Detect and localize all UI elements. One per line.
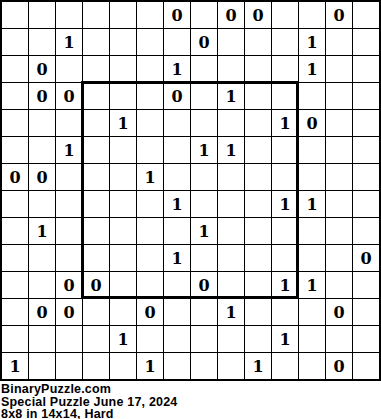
cell-r12c7[interactable] (191, 326, 217, 352)
cell-r6c2[interactable] (56, 164, 82, 190)
cell-r7c6: 1 (164, 191, 190, 217)
cell-r9c2[interactable] (56, 245, 82, 271)
cell-r1c13[interactable] (353, 29, 379, 55)
cell-r2c0[interactable] (2, 56, 28, 82)
cell-r1c10[interactable] (272, 29, 298, 55)
cell-r10c13[interactable] (353, 272, 379, 298)
cell-r8c11[interactable] (299, 218, 325, 244)
cell-r7c0[interactable] (2, 191, 28, 217)
cell-r2c3[interactable] (83, 56, 109, 82)
cell-r11c2: 0 (56, 299, 82, 325)
cell-r3c3[interactable] (83, 83, 109, 109)
cell-r3c8: 1 (218, 83, 244, 109)
cell-r10c0[interactable] (2, 272, 28, 298)
cell-r3c11[interactable] (299, 83, 325, 109)
cell-r11c11[interactable] (299, 299, 325, 325)
cell-r0c3[interactable] (83, 2, 109, 28)
cell-r10c9[interactable] (245, 272, 271, 298)
cell-r13c6[interactable] (164, 353, 190, 379)
cell-r0c6: 0 (164, 2, 190, 28)
cell-r0c13[interactable] (353, 2, 379, 28)
cell-r4c11: 0 (299, 110, 325, 136)
cell-r5c1[interactable] (29, 137, 55, 163)
cell-r11c4[interactable] (110, 299, 136, 325)
cell-r0c11[interactable] (299, 2, 325, 28)
cell-r12c2[interactable] (56, 326, 82, 352)
cell-r12c0[interactable] (2, 326, 28, 352)
cell-r7c9[interactable] (245, 191, 271, 217)
cell-r6c8[interactable] (218, 164, 244, 190)
cell-r10c2: 0 (56, 272, 82, 298)
cell-r8c5[interactable] (137, 218, 163, 244)
cell-r3c6: 0 (164, 83, 190, 109)
cell-r8c2[interactable] (56, 218, 82, 244)
cell-r2c1: 0 (29, 56, 55, 82)
cell-r5c5[interactable] (137, 137, 163, 163)
cell-r11c10[interactable] (272, 299, 298, 325)
cell-r11c5: 0 (137, 299, 163, 325)
cell-r10c3: 0 (83, 272, 109, 298)
cell-r7c2[interactable] (56, 191, 82, 217)
cell-r4c13[interactable] (353, 110, 379, 136)
cell-r9c5[interactable] (137, 245, 163, 271)
cell-r4c4: 1 (110, 110, 136, 136)
cell-r9c10[interactable] (272, 245, 298, 271)
cell-r10c5[interactable] (137, 272, 163, 298)
cell-r6c9[interactable] (245, 164, 271, 190)
cell-r3c7[interactable] (191, 83, 217, 109)
cell-r3c10[interactable] (272, 83, 298, 109)
cell-r8c0[interactable] (2, 218, 28, 244)
cell-r0c4[interactable] (110, 2, 136, 28)
cell-r3c2: 0 (56, 83, 82, 109)
cell-r6c7[interactable] (191, 164, 217, 190)
cell-r5c3[interactable] (83, 137, 109, 163)
cell-r11c7[interactable] (191, 299, 217, 325)
cell-r7c3[interactable] (83, 191, 109, 217)
cell-r9c12[interactable] (326, 245, 352, 271)
cell-r4c1[interactable] (29, 110, 55, 136)
cell-r12c12[interactable] (326, 326, 352, 352)
cell-r13c4[interactable] (110, 353, 136, 379)
cell-r12c3[interactable] (83, 326, 109, 352)
cell-r13c12: 0 (326, 353, 352, 379)
cell-r2c7[interactable] (191, 56, 217, 82)
cell-r0c0[interactable] (2, 2, 28, 28)
cell-r2c13[interactable] (353, 56, 379, 82)
cell-r0c12: 0 (326, 2, 352, 28)
cell-r6c13[interactable] (353, 164, 379, 190)
cell-r8c13[interactable] (353, 218, 379, 244)
cell-r7c5[interactable] (137, 191, 163, 217)
cell-r5c4[interactable] (110, 137, 136, 163)
cell-r3c13[interactable] (353, 83, 379, 109)
cell-r8c12[interactable] (326, 218, 352, 244)
cell-r3c12[interactable] (326, 83, 352, 109)
cell-r13c9: 1 (245, 353, 271, 379)
cell-r1c7: 0 (191, 29, 217, 55)
cell-r5c9[interactable] (245, 137, 271, 163)
cell-r4c12[interactable] (326, 110, 352, 136)
cell-r12c9[interactable] (245, 326, 271, 352)
cell-r6c1: 0 (29, 164, 55, 190)
cell-r13c0: 1 (2, 353, 28, 379)
cell-r2c10[interactable] (272, 56, 298, 82)
cell-r9c3[interactable] (83, 245, 109, 271)
cell-r9c13: 0 (353, 245, 379, 271)
cell-r2c2[interactable] (56, 56, 82, 82)
cell-r1c4[interactable] (110, 29, 136, 55)
cell-r1c9[interactable] (245, 29, 271, 55)
cell-r10c10: 1 (272, 272, 298, 298)
puzzle-board: 0000101011000111011100111111100001100010… (0, 0, 381, 381)
cell-r7c1[interactable] (29, 191, 55, 217)
cell-r6c0: 0 (2, 164, 28, 190)
cell-r13c2[interactable] (56, 353, 82, 379)
cell-r7c8[interactable] (218, 191, 244, 217)
cell-r4c10: 1 (272, 110, 298, 136)
cell-r5c12[interactable] (326, 137, 352, 163)
cell-r12c10: 1 (272, 326, 298, 352)
cell-r4c0[interactable] (2, 110, 28, 136)
cell-r10c12[interactable] (326, 272, 352, 298)
cell-r4c5[interactable] (137, 110, 163, 136)
cell-r9c6: 1 (164, 245, 190, 271)
cell-r1c6[interactable] (164, 29, 190, 55)
cell-r8c1: 1 (29, 218, 55, 244)
cell-r1c11: 1 (299, 29, 325, 55)
cell-r4c7[interactable] (191, 110, 217, 136)
cell-r4c8[interactable] (218, 110, 244, 136)
cell-r4c9[interactable] (245, 110, 271, 136)
cell-r8c6[interactable] (164, 218, 190, 244)
cell-r11c1: 0 (29, 299, 55, 325)
cell-r2c12[interactable] (326, 56, 352, 82)
cell-r0c8: 0 (218, 2, 244, 28)
cell-r0c1[interactable] (29, 2, 55, 28)
cell-r9c8[interactable] (218, 245, 244, 271)
cell-r0c5[interactable] (137, 2, 163, 28)
puzzle-footer: BinaryPuzzle.com Special Puzzle June 17,… (0, 381, 381, 419)
cell-r2c9[interactable] (245, 56, 271, 82)
cell-r1c1[interactable] (29, 29, 55, 55)
cell-r12c4: 1 (110, 326, 136, 352)
cell-r8c3[interactable] (83, 218, 109, 244)
cell-r5c11[interactable] (299, 137, 325, 163)
cell-r8c8[interactable] (218, 218, 244, 244)
cell-r7c13[interactable] (353, 191, 379, 217)
cell-r1c12[interactable] (326, 29, 352, 55)
cell-r10c6[interactable] (164, 272, 190, 298)
binary-puzzle-page: 0000101011000111011100111111100001100010… (0, 0, 381, 419)
cell-r11c13[interactable] (353, 299, 379, 325)
cell-r5c0[interactable] (2, 137, 28, 163)
cell-r3c0[interactable] (2, 83, 28, 109)
site-name: BinaryPuzzle.com (1, 383, 380, 396)
cell-r3c5[interactable] (137, 83, 163, 109)
cell-r7c4[interactable] (110, 191, 136, 217)
cell-r6c11[interactable] (299, 164, 325, 190)
cell-r0c7[interactable] (191, 2, 217, 28)
cell-r12c6[interactable] (164, 326, 190, 352)
cell-r2c5[interactable] (137, 56, 163, 82)
cell-r4c3[interactable] (83, 110, 109, 136)
cell-r8c10[interactable] (272, 218, 298, 244)
cell-r11c9[interactable] (245, 299, 271, 325)
cell-r1c2: 1 (56, 29, 82, 55)
cell-r2c6: 1 (164, 56, 190, 82)
cell-r9c11[interactable] (299, 245, 325, 271)
cell-r13c11[interactable] (299, 353, 325, 379)
cell-r0c10[interactable] (272, 2, 298, 28)
puzzle-info: 8x8 in 14x14, Hard (1, 408, 380, 419)
cell-r5c13[interactable] (353, 137, 379, 163)
cell-r5c8: 1 (218, 137, 244, 163)
cell-r13c1[interactable] (29, 353, 55, 379)
cell-r4c2[interactable] (56, 110, 82, 136)
cell-r6c4[interactable] (110, 164, 136, 190)
cell-r12c11[interactable] (299, 326, 325, 352)
cell-r3c4[interactable] (110, 83, 136, 109)
cell-r11c3[interactable] (83, 299, 109, 325)
cell-r8c7: 1 (191, 218, 217, 244)
cell-r9c4[interactable] (110, 245, 136, 271)
cell-r13c5: 1 (137, 353, 163, 379)
cell-r1c5[interactable] (137, 29, 163, 55)
cell-r1c0[interactable] (2, 29, 28, 55)
cell-r6c12[interactable] (326, 164, 352, 190)
cell-r6c5: 1 (137, 164, 163, 190)
cell-r12c5[interactable] (137, 326, 163, 352)
cell-r13c13[interactable] (353, 353, 379, 379)
cell-r12c13[interactable] (353, 326, 379, 352)
cell-r3c1: 0 (29, 83, 55, 109)
cell-r9c0[interactable] (2, 245, 28, 271)
cell-r10c4[interactable] (110, 272, 136, 298)
cell-r6c6[interactable] (164, 164, 190, 190)
cell-r5c6[interactable] (164, 137, 190, 163)
cell-r9c9[interactable] (245, 245, 271, 271)
cell-r0c9: 0 (245, 2, 271, 28)
cell-r10c8[interactable] (218, 272, 244, 298)
cell-r7c7[interactable] (191, 191, 217, 217)
cell-r13c3[interactable] (83, 353, 109, 379)
cell-r4c6[interactable] (164, 110, 190, 136)
cell-r11c6[interactable] (164, 299, 190, 325)
cell-r10c1[interactable] (29, 272, 55, 298)
cell-r2c8[interactable] (218, 56, 244, 82)
cell-r7c11: 1 (299, 191, 325, 217)
cell-r8c9[interactable] (245, 218, 271, 244)
cell-r13c10[interactable] (272, 353, 298, 379)
cell-r0c2[interactable] (56, 2, 82, 28)
cell-r8c4[interactable] (110, 218, 136, 244)
cell-r2c11: 1 (299, 56, 325, 82)
cell-r9c7[interactable] (191, 245, 217, 271)
cell-r5c7: 1 (191, 137, 217, 163)
cell-r1c3[interactable] (83, 29, 109, 55)
cell-r5c2: 1 (56, 137, 82, 163)
cell-r1c8[interactable] (218, 29, 244, 55)
cell-r10c11: 1 (299, 272, 325, 298)
cell-r13c7[interactable] (191, 353, 217, 379)
cell-r11c12: 0 (326, 299, 352, 325)
cell-r11c8: 1 (218, 299, 244, 325)
cell-r10c7: 0 (191, 272, 217, 298)
cell-r12c1[interactable] (29, 326, 55, 352)
cell-r12c8[interactable] (218, 326, 244, 352)
cell-r13c8[interactable] (218, 353, 244, 379)
cell-r5c10[interactable] (272, 137, 298, 163)
cell-r6c10[interactable] (272, 164, 298, 190)
cell-r7c10: 1 (272, 191, 298, 217)
cell-r2c4[interactable] (110, 56, 136, 82)
cell-r9c1[interactable] (29, 245, 55, 271)
cell-r7c12[interactable] (326, 191, 352, 217)
cell-r3c9[interactable] (245, 83, 271, 109)
cell-r11c0[interactable] (2, 299, 28, 325)
cell-r6c3[interactable] (83, 164, 109, 190)
